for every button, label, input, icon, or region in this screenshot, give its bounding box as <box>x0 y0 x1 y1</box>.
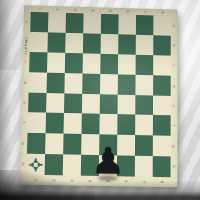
square-b7 <box>47 32 65 52</box>
brand-text: illegible <box>24 37 28 54</box>
square-d8 <box>83 13 101 33</box>
playing-grid: ♟♟♟♟♟ <box>26 12 170 177</box>
square-a3 <box>28 113 47 134</box>
square-b6 <box>47 52 65 73</box>
square-g7 <box>136 35 154 55</box>
square-h1 <box>153 156 171 177</box>
coord-label: 2 <box>51 176 56 185</box>
chessboard: ♟♟♟♟♟ 12345678 12345678 abcdefgh abcdefg… <box>19 5 177 187</box>
coord-label: 3 <box>69 176 74 185</box>
square-d7 <box>83 33 101 53</box>
square-f7 <box>118 34 136 54</box>
square-a5 <box>29 72 47 93</box>
square-b4 <box>46 93 64 114</box>
square-g5 <box>135 74 153 95</box>
square-d5 <box>82 73 100 94</box>
square-f5 <box>118 74 136 95</box>
coord-label: 8 <box>159 178 164 187</box>
square-g1 <box>135 156 153 177</box>
square-c2 <box>63 134 81 155</box>
square-e4 <box>100 94 118 115</box>
square-f3 <box>117 114 135 135</box>
square-g8 <box>136 15 154 35</box>
square-d6 <box>83 53 101 73</box>
square-h5 <box>153 75 171 96</box>
square-e8 <box>101 14 119 34</box>
square-h3 <box>153 115 171 136</box>
square-g4 <box>135 95 153 116</box>
square-a8 <box>30 12 48 32</box>
square-b5 <box>47 72 65 93</box>
square-h2 <box>153 136 171 157</box>
square-g3 <box>135 115 153 136</box>
square-c3 <box>64 113 82 134</box>
logo-pawn-glyph: ♟ <box>35 161 42 167</box>
coord-label: 7 <box>141 177 146 186</box>
square-e5 <box>100 74 118 95</box>
square-e6 <box>100 54 118 74</box>
square-c1 <box>63 155 81 176</box>
square-e1: ♟ <box>99 155 117 176</box>
square-c6 <box>65 53 83 74</box>
four-pawn-logo-icon: ♟♟♟♟ <box>26 154 45 175</box>
square-h4 <box>153 95 171 116</box>
square-b2 <box>45 133 63 154</box>
square-b8 <box>48 12 66 32</box>
square-h8 <box>153 15 170 35</box>
square-a2 <box>27 133 46 154</box>
cloth-shadow-left <box>0 0 11 200</box>
square-b3 <box>46 113 64 134</box>
square-f6 <box>118 54 136 74</box>
coord-label: 1 <box>33 175 38 184</box>
square-e3 <box>99 114 117 135</box>
square-c8 <box>66 13 84 33</box>
square-d4 <box>82 93 100 114</box>
square-e7 <box>101 34 119 54</box>
square-f4 <box>117 94 135 115</box>
square-c7 <box>65 33 83 53</box>
square-g2 <box>135 135 153 156</box>
square-a1: ♟♟♟♟ <box>26 154 45 175</box>
square-a7 <box>30 32 48 52</box>
square-c4 <box>64 93 82 114</box>
square-h6 <box>153 55 171 75</box>
square-a6 <box>29 52 47 73</box>
black-pawn: ♟ <box>91 143 125 179</box>
square-g6 <box>136 54 154 74</box>
square-h7 <box>153 35 171 55</box>
square-d3 <box>82 114 100 135</box>
coords-right: abcdefgh <box>171 16 178 177</box>
square-a4 <box>28 92 46 113</box>
photo-background: ♟♟♟♟♟ 12345678 12345678 abcdefgh abcdefg… <box>0 0 200 200</box>
square-c5 <box>64 73 82 94</box>
square-f8 <box>118 14 136 34</box>
square-b1 <box>45 154 64 175</box>
